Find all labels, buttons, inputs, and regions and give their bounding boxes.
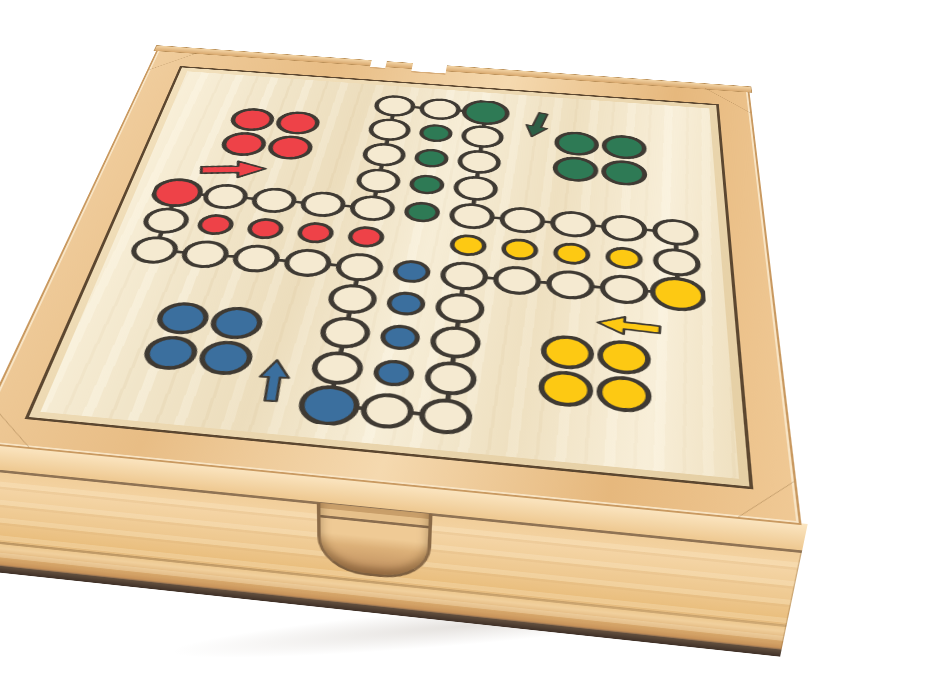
goal-field-blue	[374, 360, 413, 386]
goal-field-yellow	[608, 247, 641, 269]
goal-field-green	[410, 175, 443, 194]
frame-miter-joint	[735, 476, 799, 523]
board-surface	[40, 71, 739, 479]
frame-miter-joint	[0, 405, 45, 447]
goal-field-green	[420, 124, 451, 141]
track-field	[375, 95, 415, 116]
goal-field-red	[298, 222, 334, 243]
goal-field-red	[348, 227, 383, 248]
home-base-field-blue	[142, 336, 199, 370]
track-field	[420, 399, 471, 435]
game-box	[0, 50, 799, 523]
track-connector	[308, 263, 360, 267]
track-field	[363, 143, 405, 166]
home-base-field-green	[554, 157, 596, 182]
track-connector	[517, 280, 570, 284]
home-base-field-yellow	[600, 340, 648, 374]
track-connector	[329, 368, 337, 405]
start-field-red	[149, 178, 204, 207]
track-connector	[256, 258, 307, 262]
track-connector	[337, 332, 345, 367]
box-lid-top	[0, 50, 799, 523]
track-field	[459, 150, 500, 174]
track-connector	[329, 405, 387, 410]
track-field	[129, 236, 179, 263]
track-field	[495, 266, 540, 295]
goal-field-blue	[387, 292, 424, 315]
track-field	[426, 361, 476, 395]
track-field	[180, 240, 229, 268]
home-base-field-blue	[198, 341, 254, 375]
track-field	[369, 119, 410, 141]
track-field	[552, 211, 594, 237]
track-connector	[155, 250, 206, 254]
goal-field-yellow	[451, 235, 485, 256]
track-field	[420, 99, 460, 120]
direction-arrow-yellow	[597, 314, 661, 339]
home-base-field-green	[604, 135, 644, 159]
track-field	[142, 208, 190, 234]
track-connector	[451, 342, 456, 378]
home-base-field-red	[221, 132, 267, 156]
home-base-field-yellow	[599, 376, 649, 412]
start-field-blue	[298, 385, 360, 426]
home-base-field-green	[603, 160, 644, 185]
track-field	[251, 188, 297, 213]
track-connector	[570, 285, 624, 290]
track-connector	[455, 308, 459, 342]
box-bottom-edge	[0, 564, 782, 656]
track-field	[436, 293, 483, 323]
goal-field-yellow	[555, 243, 588, 264]
goal-field-blue	[381, 325, 419, 350]
lid-back-notch-small	[370, 60, 387, 69]
track-field	[462, 125, 502, 148]
track-field	[202, 184, 248, 209]
track-field	[655, 248, 698, 276]
track-field	[603, 215, 644, 242]
track-connector	[624, 289, 678, 294]
track-field	[655, 219, 697, 246]
direction-arrow-green	[521, 112, 553, 139]
direction-arrow-red	[201, 161, 266, 178]
goal-field-green	[415, 149, 447, 167]
track-field	[501, 207, 543, 233]
track-field	[336, 253, 383, 281]
home-base-field-red	[267, 136, 313, 160]
finger-notch	[317, 503, 433, 583]
track-connector	[464, 276, 517, 280]
home-base-field-yellow	[540, 371, 590, 407]
product-photo-stage	[0, 0, 928, 686]
track-connector	[460, 276, 464, 308]
home-base-field-red	[230, 108, 275, 131]
track-connector	[345, 299, 352, 333]
home-base-field-green	[556, 132, 597, 156]
home-base-field-yellow	[543, 335, 592, 369]
track-field	[357, 169, 400, 193]
track-field	[284, 249, 332, 277]
track-field	[441, 262, 486, 291]
track-connector	[446, 378, 451, 416]
track-connector	[205, 254, 256, 258]
track-field	[312, 351, 363, 384]
track-connector	[353, 267, 360, 299]
start-field-yellow	[652, 277, 704, 312]
track-field	[320, 317, 370, 348]
home-base-field-red	[275, 111, 319, 134]
track-field	[232, 245, 280, 273]
track-connector	[387, 411, 445, 416]
goal-field-yellow	[503, 239, 537, 260]
home-base-field-blue	[209, 307, 263, 340]
track-field	[602, 275, 646, 304]
lid-back-notch-large	[411, 63, 447, 75]
track-field	[361, 393, 413, 428]
track-connector	[677, 262, 678, 294]
track-field	[548, 270, 592, 299]
ludo-board-print	[66, 80, 716, 462]
goal-field-green	[405, 202, 439, 222]
start-field-green	[463, 100, 509, 125]
goal-field-red	[197, 214, 234, 234]
track-field	[431, 326, 479, 358]
track-field	[300, 192, 345, 217]
track-field	[450, 203, 493, 229]
track-field	[350, 195, 395, 221]
goal-field-red	[247, 218, 284, 239]
track-field	[455, 176, 497, 201]
goal-field-blue	[394, 261, 430, 283]
direction-arrow-blue	[256, 359, 291, 401]
track-field	[328, 284, 376, 314]
home-base-field-blue	[155, 302, 210, 334]
perspective-scene	[0, 0, 928, 686]
